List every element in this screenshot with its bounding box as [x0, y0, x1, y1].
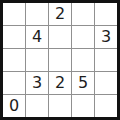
- grid-cell-r5c4[interactable]: [72, 95, 94, 117]
- grid-cell-r4c2-clue[interactable]: 3: [26, 72, 48, 94]
- grid-cell-r2c5-clue[interactable]: 3: [95, 26, 117, 48]
- grid-cell-r5c1-clue[interactable]: 0: [3, 95, 25, 117]
- grid-cell-r5c5[interactable]: [95, 95, 117, 117]
- grid-cell-r4c1[interactable]: [3, 72, 25, 94]
- grid-cell-r3c2[interactable]: [26, 49, 48, 71]
- grid-cell-r1c1[interactable]: [3, 3, 25, 25]
- grid-cell-r2c3[interactable]: [49, 26, 71, 48]
- grid-cell-r5c3[interactable]: [49, 95, 71, 117]
- grid-cell-r1c2[interactable]: [26, 3, 48, 25]
- grid-cell-r2c4[interactable]: [72, 26, 94, 48]
- puzzle-board: 2433250: [0, 0, 120, 120]
- grid-cell-r4c4-clue[interactable]: 5: [72, 72, 94, 94]
- grid-cell-r4c3-clue[interactable]: 2: [49, 72, 71, 94]
- grid-cell-r3c1[interactable]: [3, 49, 25, 71]
- grid-cell-r1c5[interactable]: [95, 3, 117, 25]
- grid-cell-r1c3-clue[interactable]: 2: [49, 3, 71, 25]
- grid-cell-r3c4[interactable]: [72, 49, 94, 71]
- grid-cell-r4c5[interactable]: [95, 72, 117, 94]
- grid-cell-r2c1[interactable]: [3, 26, 25, 48]
- grid-cell-r5c2[interactable]: [26, 95, 48, 117]
- grid-cell-r3c3[interactable]: [49, 49, 71, 71]
- grid-cell-r3c5[interactable]: [95, 49, 117, 71]
- grid-cell-r2c2-clue[interactable]: 4: [26, 26, 48, 48]
- grid-cell-r1c4[interactable]: [72, 3, 94, 25]
